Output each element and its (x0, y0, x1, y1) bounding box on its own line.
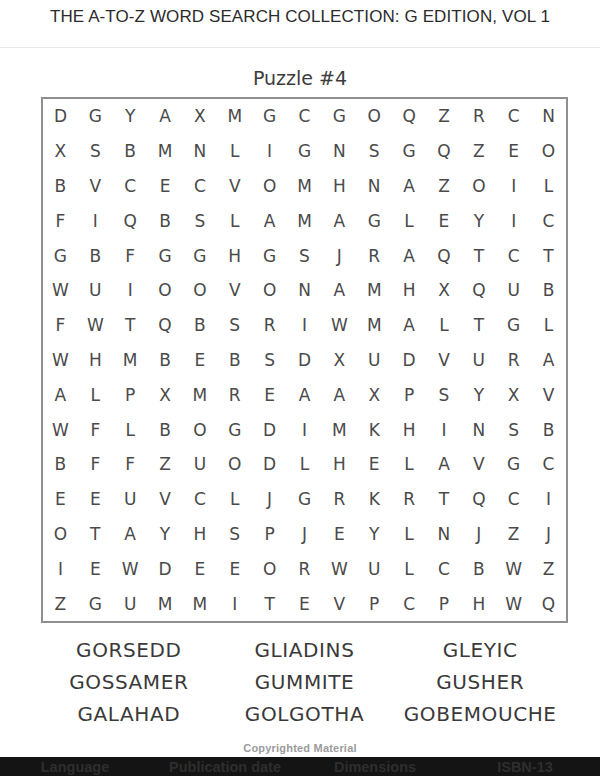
grid-cell-r6c8: N (287, 273, 322, 308)
grid-cell-r14c9: W (322, 551, 357, 586)
grid-cell-r2c2: S (78, 134, 113, 169)
grid-cell-r11c7: D (252, 447, 287, 482)
grid-cell-r2c7: I (252, 134, 287, 169)
grid-cell-r8c12: V (427, 343, 462, 378)
grid-cell-r4c12: E (427, 203, 462, 238)
grid-cell-r2c14: E (496, 134, 531, 169)
grid-cell-r12c3: U (113, 482, 148, 517)
grid-cell-r15c10: P (357, 586, 392, 621)
grid-cell-r14c6: E (217, 551, 252, 586)
grid-cell-r6c4: O (148, 273, 183, 308)
grid-cell-r2c12: Q (427, 134, 462, 169)
grid-cell-r2c1: X (43, 134, 78, 169)
grid-cell-r12c12: T (427, 482, 462, 517)
grid-cell-r13c13: J (461, 517, 496, 552)
grid-cell-r10c12: I (427, 412, 462, 447)
grid-cell-r4c7: A (252, 203, 287, 238)
grid-cell-r15c15: Q (531, 586, 566, 621)
grid-cell-r13c5: H (182, 517, 217, 552)
grid-cell-r15c12: P (427, 586, 462, 621)
grid-cell-r14c5: E (182, 551, 217, 586)
grid-cell-r14c2: E (78, 551, 113, 586)
grid-cell-r11c5: U (182, 447, 217, 482)
page: { "game": "word-search", "position": "DG… (0, 0, 600, 776)
grid-cell-r4c11: L (392, 203, 427, 238)
grid-cell-r4c9: A (322, 203, 357, 238)
grid-cell-r12c7: J (252, 482, 287, 517)
grid-cell-r7c5: B (182, 308, 217, 343)
grid-cell-r7c9: W (322, 308, 357, 343)
grid-cell-r5c2: B (78, 238, 113, 273)
grid-cell-r12c8: G (287, 482, 322, 517)
puzzle-title: Puzzle #4 (0, 67, 600, 89)
grid-cell-r4c6: L (217, 203, 252, 238)
grid-cell-r6c11: H (392, 273, 427, 308)
grid-cell-r3c11: A (392, 169, 427, 204)
word-item-gliadins: GLIADINS (217, 634, 393, 666)
grid-cell-r4c13: Y (461, 203, 496, 238)
grid-cell-r10c4: B (148, 412, 183, 447)
grid-cell-r14c15: Z (531, 551, 566, 586)
grid-cell-r8c7: S (252, 343, 287, 378)
word-item-gleyic: GLEYIC (392, 634, 568, 666)
grid-cell-r1c1: D (43, 99, 78, 134)
grid-cell-r1c6: M (217, 99, 252, 134)
grid-cell-r6c10: M (357, 273, 392, 308)
grid-cell-r10c14: S (496, 412, 531, 447)
grid-cell-r12c1: E (43, 482, 78, 517)
grid-cell-r7c8: I (287, 308, 322, 343)
grid-cell-r15c13: H (461, 586, 496, 621)
footer-bar: LanguagePublication dateDimensionsISBN-1… (0, 757, 600, 776)
grid-cell-r5c14: C (496, 238, 531, 273)
grid-cell-r13c3: A (113, 517, 148, 552)
grid-cell-r9c1: A (43, 377, 78, 412)
grid-cell-r10c2: F (78, 412, 113, 447)
footer-bar-item-publication-date: Publication date (150, 757, 300, 776)
grid-cell-r5c10: R (357, 238, 392, 273)
grid-cell-r15c6: I (217, 586, 252, 621)
grid-cell-r9c8: A (287, 377, 322, 412)
grid-cell-r6c9: A (322, 273, 357, 308)
grid-cell-r4c10: G (357, 203, 392, 238)
grid-cell-r8c14: R (496, 343, 531, 378)
grid-cell-r15c1: Z (43, 586, 78, 621)
grid-cell-r8c15: A (531, 343, 566, 378)
grid-cell-r4c14: I (496, 203, 531, 238)
grid-cell-r2c6: L (217, 134, 252, 169)
grid-cell-r9c4: X (148, 377, 183, 412)
grid-cell-r15c14: W (496, 586, 531, 621)
grid-cell-r1c9: G (322, 99, 357, 134)
book-title: THE A-TO-Z WORD SEARCH COLLECTION: G EDI… (0, 6, 600, 27)
grid-cell-r13c15: J (531, 517, 566, 552)
grid-cell-r9c13: Y (461, 377, 496, 412)
grid-cell-r2c9: N (322, 134, 357, 169)
grid-cell-r15c2: G (78, 586, 113, 621)
grid-cell-r13c4: Y (148, 517, 183, 552)
grid-cell-r7c7: R (252, 308, 287, 343)
grid-cell-r4c4: B (148, 203, 183, 238)
grid-cell-r5c8: S (287, 238, 322, 273)
grid-cell-r1c14: C (496, 99, 531, 134)
word-item-gobemouche: GOBEMOUCHE (392, 698, 568, 730)
grid-cell-r3c8: M (287, 169, 322, 204)
grid-cell-r15c8: E (287, 586, 322, 621)
grid-cell-r3c6: V (217, 169, 252, 204)
grid-cell-r3c1: B (43, 169, 78, 204)
grid-cell-r10c3: L (113, 412, 148, 447)
grid-cell-r12c2: E (78, 482, 113, 517)
grid-cell-r10c5: O (182, 412, 217, 447)
grid-cell-r10c11: H (392, 412, 427, 447)
grid-cell-r1c12: Z (427, 99, 462, 134)
grid-cell-r8c4: B (148, 343, 183, 378)
grid-cell-r7c14: G (496, 308, 531, 343)
grid-cell-r11c8: L (287, 447, 322, 482)
grid-cell-r4c8: M (287, 203, 322, 238)
grid-cell-r13c10: Y (357, 517, 392, 552)
grid-cell-r12c15: I (531, 482, 566, 517)
grid-cell-r8c2: H (78, 343, 113, 378)
grid-cell-r1c11: Q (392, 99, 427, 134)
grid-cell-r3c9: H (322, 169, 357, 204)
grid-cell-r13c11: L (392, 517, 427, 552)
grid-cell-r13c7: P (252, 517, 287, 552)
word-item-gossamer: GOSSAMER (41, 666, 217, 698)
grid-cell-r2c5: N (182, 134, 217, 169)
grid-cell-r12c10: K (357, 482, 392, 517)
grid-cell-r9c7: E (252, 377, 287, 412)
grid-cell-r9c14: X (496, 377, 531, 412)
grid-cell-r7c1: F (43, 308, 78, 343)
grid-cell-r4c2: I (78, 203, 113, 238)
grid-cell-r6c14: U (496, 273, 531, 308)
grid-cell-r10c7: D (252, 412, 287, 447)
grid-cell-r11c13: V (461, 447, 496, 482)
grid-cell-r12c14: C (496, 482, 531, 517)
grid-cell-r10c8: I (287, 412, 322, 447)
grid-cell-r3c2: V (78, 169, 113, 204)
grid-cell-r10c9: M (322, 412, 357, 447)
grid-cell-r11c15: C (531, 447, 566, 482)
grid-cell-r5c1: G (43, 238, 78, 273)
grid-cell-r5c11: A (392, 238, 427, 273)
grid-cell-r9c2: L (78, 377, 113, 412)
grid-cell-r8c1: W (43, 343, 78, 378)
grid-cell-r7c12: L (427, 308, 462, 343)
grid-cell-r9c12: S (427, 377, 462, 412)
grid-cell-r1c10: O (357, 99, 392, 134)
grid-cell-r8c11: D (392, 343, 427, 378)
grid-cell-r12c4: V (148, 482, 183, 517)
grid-cell-r3c3: C (113, 169, 148, 204)
grid-cell-r13c14: Z (496, 517, 531, 552)
grid-cell-r6c6: V (217, 273, 252, 308)
grid-cell-r15c5: M (182, 586, 217, 621)
grid-cell-r7c3: T (113, 308, 148, 343)
grid-cell-r12c5: C (182, 482, 217, 517)
grid-cell-r14c8: R (287, 551, 322, 586)
footer-bar-item-dimensions: Dimensions (300, 757, 450, 776)
grid-cell-r1c4: A (148, 99, 183, 134)
grid-cell-r7c13: T (461, 308, 496, 343)
grid-cell-r4c1: F (43, 203, 78, 238)
grid-cell-r8c3: M (113, 343, 148, 378)
grid-cell-r3c13: O (461, 169, 496, 204)
title-separator-line (0, 47, 600, 48)
grid-cell-r10c13: N (461, 412, 496, 447)
grid-cell-r3c14: I (496, 169, 531, 204)
grid-cell-r7c15: L (531, 308, 566, 343)
grid-cell-r14c4: D (148, 551, 183, 586)
grid-cell-r5c12: Q (427, 238, 462, 273)
word-list: GORSEDDGLIADINSGLEYICGOSSAMERGUMMITEGUSH… (41, 634, 568, 730)
grid-cell-r14c1: I (43, 551, 78, 586)
grid-cell-r6c12: X (427, 273, 462, 308)
grid-cell-r8c10: U (357, 343, 392, 378)
word-item-golgotha: GOLGOTHA (217, 698, 393, 730)
grid-cell-r5c6: H (217, 238, 252, 273)
grid-cell-r9c5: M (182, 377, 217, 412)
grid-cell-r6c7: O (252, 273, 287, 308)
grid-cell-r9c10: X (357, 377, 392, 412)
grid-cell-r6c1: W (43, 273, 78, 308)
grid-cell-r12c6: L (217, 482, 252, 517)
grid-cell-r5c9: J (322, 238, 357, 273)
footer-bar-item-isbn-13: ISBN-13 (450, 757, 600, 776)
grid-cell-r13c1: O (43, 517, 78, 552)
grid-cell-r11c1: B (43, 447, 78, 482)
grid-cell-r10c1: W (43, 412, 78, 447)
grid-cell-r4c3: Q (113, 203, 148, 238)
grid-cell-r8c9: X (322, 343, 357, 378)
grid-cell-r8c6: B (217, 343, 252, 378)
grid-cell-r13c8: J (287, 517, 322, 552)
grid-cell-r9c3: P (113, 377, 148, 412)
grid-cell-r11c6: O (217, 447, 252, 482)
grid-cell-r14c14: W (496, 551, 531, 586)
grid-cell-r8c8: D (287, 343, 322, 378)
grid-cell-r13c2: T (78, 517, 113, 552)
grid-cell-r7c10: M (357, 308, 392, 343)
grid-cell-r3c15: L (531, 169, 566, 204)
word-item-gusher: GUSHER (392, 666, 568, 698)
grid-cell-r6c2: U (78, 273, 113, 308)
footer-bar-item-language: Language (0, 757, 150, 776)
grid-cell-r12c11: R (392, 482, 427, 517)
grid-cell-r11c4: Z (148, 447, 183, 482)
grid-cell-r15c9: V (322, 586, 357, 621)
grid-cell-r1c13: R (461, 99, 496, 134)
grid-cell-r5c7: G (252, 238, 287, 273)
grid-cell-r2c15: O (531, 134, 566, 169)
grid-cell-r14c3: W (113, 551, 148, 586)
grid-cell-r14c12: C (427, 551, 462, 586)
grid-cell-r12c9: R (322, 482, 357, 517)
grid-cell-r15c11: C (392, 586, 427, 621)
grid-cell-r1c2: G (78, 99, 113, 134)
word-item-gorsedd: GORSEDD (41, 634, 217, 666)
grid-cell-r9c9: A (322, 377, 357, 412)
letter-grid: DGYAXMGCGOQZRCNXSBMNLIGNSGQZEOBVCECVOMHN… (41, 97, 568, 623)
grid-cell-r5c13: T (461, 238, 496, 273)
grid-cell-r6c13: Q (461, 273, 496, 308)
grid-cell-r9c6: R (217, 377, 252, 412)
grid-cell-r2c13: Z (461, 134, 496, 169)
grid-cell-r13c9: E (322, 517, 357, 552)
grid-cell-r9c11: P (392, 377, 427, 412)
grid-cell-r2c11: G (392, 134, 427, 169)
grid-cell-r6c15: B (531, 273, 566, 308)
grid-cell-r1c15: N (531, 99, 566, 134)
grid-cell-r8c5: E (182, 343, 217, 378)
grid-cell-r15c3: U (113, 586, 148, 621)
word-item-galahad: GALAHAD (41, 698, 217, 730)
grid-cell-r5c5: G (182, 238, 217, 273)
grid-cell-r14c13: B (461, 551, 496, 586)
grid-cell-r14c7: O (252, 551, 287, 586)
grid-cell-r13c12: N (427, 517, 462, 552)
grid-cell-r3c5: C (182, 169, 217, 204)
grid-cell-r3c4: E (148, 169, 183, 204)
grid-cell-r15c4: M (148, 586, 183, 621)
grid-cell-r11c12: A (427, 447, 462, 482)
grid-cell-r15c7: T (252, 586, 287, 621)
word-item-gummite: GUMMITE (217, 666, 393, 698)
grid-cell-r11c11: L (392, 447, 427, 482)
grid-cell-r11c14: G (496, 447, 531, 482)
grid-cell-r3c10: N (357, 169, 392, 204)
grid-cell-r11c2: F (78, 447, 113, 482)
grid-cell-r4c15: C (531, 203, 566, 238)
grid-cell-r11c9: H (322, 447, 357, 482)
grid-cell-r7c4: Q (148, 308, 183, 343)
grid-cell-r7c2: W (78, 308, 113, 343)
grid-cell-r2c4: M (148, 134, 183, 169)
grid-cell-r11c10: E (357, 447, 392, 482)
grid-cell-r2c3: B (113, 134, 148, 169)
grid-cell-r5c15: T (531, 238, 566, 273)
grid-cell-r10c15: B (531, 412, 566, 447)
grid-cell-r4c5: S (182, 203, 217, 238)
grid-cell-r14c10: U (357, 551, 392, 586)
grid-cell-r2c8: G (287, 134, 322, 169)
grid-cell-r1c5: X (182, 99, 217, 134)
grid-cell-r7c11: A (392, 308, 427, 343)
grid-cell-r5c4: G (148, 238, 183, 273)
grid-cell-r8c13: U (461, 343, 496, 378)
grid-cell-r1c8: C (287, 99, 322, 134)
grid-cell-r5c3: F (113, 238, 148, 273)
grid-cell-r6c5: O (182, 273, 217, 308)
grid-cell-r13c6: S (217, 517, 252, 552)
grid-cell-r11c3: F (113, 447, 148, 482)
grid-cell-r12c13: Q (461, 482, 496, 517)
grid-cell-r1c3: Y (113, 99, 148, 134)
grid-cell-r9c15: V (531, 377, 566, 412)
grid-cell-r2c10: S (357, 134, 392, 169)
copyright-note: Copyrighted Material (0, 742, 600, 754)
grid-cell-r6c3: I (113, 273, 148, 308)
grid-cell-r14c11: L (392, 551, 427, 586)
grid-cell-r1c7: G (252, 99, 287, 134)
grid-cell-r10c6: G (217, 412, 252, 447)
grid-cell-r3c12: Z (427, 169, 462, 204)
grid-cell-r7c6: S (217, 308, 252, 343)
grid-cell-r10c10: K (357, 412, 392, 447)
grid-cell-r3c7: O (252, 169, 287, 204)
